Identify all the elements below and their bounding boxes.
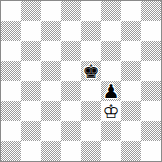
square-f4[interactable]: ♟	[101, 81, 121, 101]
square-d4[interactable]	[61, 81, 81, 101]
black-pawn[interactable]: ♟	[102, 81, 119, 101]
square-e6[interactable]	[81, 41, 101, 61]
square-d5[interactable]	[61, 61, 81, 81]
white-king[interactable]: ♔	[102, 101, 119, 121]
chess-board: ♚♟♔	[1, 1, 161, 161]
square-c7[interactable]	[41, 21, 61, 41]
square-a6[interactable]	[1, 41, 21, 61]
square-e8[interactable]	[81, 1, 101, 21]
square-b3[interactable]	[21, 101, 41, 121]
square-e3[interactable]	[81, 101, 101, 121]
square-f1[interactable]	[101, 141, 121, 161]
square-h3[interactable]	[141, 101, 161, 121]
square-h7[interactable]	[141, 21, 161, 41]
square-e5[interactable]: ♚	[81, 61, 101, 81]
square-b6[interactable]	[21, 41, 41, 61]
square-f3[interactable]: ♔	[101, 101, 121, 121]
square-a3[interactable]	[1, 101, 21, 121]
square-d6[interactable]	[61, 41, 81, 61]
square-g3[interactable]	[121, 101, 141, 121]
square-f5[interactable]	[101, 61, 121, 81]
square-b2[interactable]	[21, 121, 41, 141]
square-c8[interactable]	[41, 1, 61, 21]
square-c1[interactable]	[41, 141, 61, 161]
square-d2[interactable]	[61, 121, 81, 141]
square-b1[interactable]	[21, 141, 41, 161]
square-c6[interactable]	[41, 41, 61, 61]
square-b5[interactable]	[21, 61, 41, 81]
black-king[interactable]: ♚	[82, 61, 99, 81]
chess-diagram-frame: ♚♟♔	[0, 0, 162, 162]
square-f6[interactable]	[101, 41, 121, 61]
square-a5[interactable]	[1, 61, 21, 81]
square-a7[interactable]	[1, 21, 21, 41]
square-g8[interactable]	[121, 1, 141, 21]
square-a4[interactable]	[1, 81, 21, 101]
square-h4[interactable]	[141, 81, 161, 101]
square-c4[interactable]	[41, 81, 61, 101]
square-g5[interactable]	[121, 61, 141, 81]
square-h1[interactable]	[141, 141, 161, 161]
square-h6[interactable]	[141, 41, 161, 61]
square-e7[interactable]	[81, 21, 101, 41]
square-g2[interactable]	[121, 121, 141, 141]
square-d7[interactable]	[61, 21, 81, 41]
square-d1[interactable]	[61, 141, 81, 161]
square-b4[interactable]	[21, 81, 41, 101]
square-f8[interactable]	[101, 1, 121, 21]
square-c2[interactable]	[41, 121, 61, 141]
square-d3[interactable]	[61, 101, 81, 121]
square-a1[interactable]	[1, 141, 21, 161]
square-e1[interactable]	[81, 141, 101, 161]
square-e4[interactable]	[81, 81, 101, 101]
square-a8[interactable]	[1, 1, 21, 21]
square-c3[interactable]	[41, 101, 61, 121]
square-g4[interactable]	[121, 81, 141, 101]
square-g1[interactable]	[121, 141, 141, 161]
square-h2[interactable]	[141, 121, 161, 141]
square-h5[interactable]	[141, 61, 161, 81]
square-d8[interactable]	[61, 1, 81, 21]
square-b8[interactable]	[21, 1, 41, 21]
square-h8[interactable]	[141, 1, 161, 21]
square-f7[interactable]	[101, 21, 121, 41]
square-g7[interactable]	[121, 21, 141, 41]
square-b7[interactable]	[21, 21, 41, 41]
square-c5[interactable]	[41, 61, 61, 81]
square-g6[interactable]	[121, 41, 141, 61]
square-a2[interactable]	[1, 121, 21, 141]
square-f2[interactable]	[101, 121, 121, 141]
square-e2[interactable]	[81, 121, 101, 141]
